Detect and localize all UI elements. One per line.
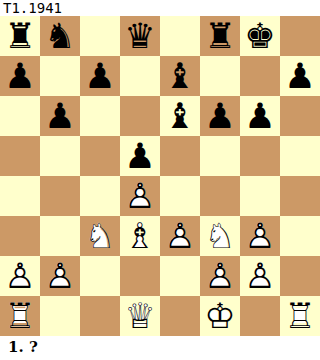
square-d8[interactable]: ♛ (120, 16, 160, 56)
square-f1[interactable]: ♚♔ (200, 296, 240, 336)
square-h5[interactable] (280, 136, 320, 176)
square-h3[interactable] (280, 216, 320, 256)
square-f2[interactable]: ♟♙ (200, 256, 240, 296)
square-c8[interactable] (80, 16, 120, 56)
square-b7[interactable] (40, 56, 80, 96)
square-h6[interactable] (280, 96, 320, 136)
square-d7[interactable] (120, 56, 160, 96)
square-g2[interactable]: ♟♙ (240, 256, 280, 296)
black-pawn: ♟ (40, 96, 80, 136)
white-pawn: ♟♙ (200, 256, 240, 296)
square-a1[interactable]: ♜♖ (0, 296, 40, 336)
square-g6[interactable]: ♟ (240, 96, 280, 136)
square-a8[interactable]: ♜ (0, 16, 40, 56)
black-pawn: ♟ (240, 96, 280, 136)
square-c2[interactable] (80, 256, 120, 296)
square-d6[interactable] (120, 96, 160, 136)
square-f8[interactable]: ♜ (200, 16, 240, 56)
square-a4[interactable] (0, 176, 40, 216)
square-a6[interactable] (0, 96, 40, 136)
square-b8[interactable]: ♞ (40, 16, 80, 56)
black-knight: ♞ (40, 16, 80, 56)
square-g4[interactable] (240, 176, 280, 216)
square-e1[interactable] (160, 296, 200, 336)
square-f7[interactable] (200, 56, 240, 96)
square-c7[interactable]: ♟ (80, 56, 120, 96)
square-e8[interactable] (160, 16, 200, 56)
square-b2[interactable]: ♟♙ (40, 256, 80, 296)
white-pawn: ♟♙ (160, 216, 200, 256)
square-c4[interactable] (80, 176, 120, 216)
square-e7[interactable]: ♝ (160, 56, 200, 96)
square-h4[interactable] (280, 176, 320, 216)
square-h2[interactable] (280, 256, 320, 296)
square-f6[interactable]: ♟ (200, 96, 240, 136)
square-c1[interactable] (80, 296, 120, 336)
square-f4[interactable] (200, 176, 240, 216)
square-a7[interactable]: ♟ (0, 56, 40, 96)
black-rook: ♜ (0, 16, 40, 56)
square-a5[interactable] (0, 136, 40, 176)
square-e2[interactable] (160, 256, 200, 296)
white-rook: ♜♖ (280, 296, 320, 336)
black-pawn: ♟ (80, 56, 120, 96)
black-king: ♚ (240, 16, 280, 56)
square-a2[interactable]: ♟♙ (0, 256, 40, 296)
square-g8[interactable]: ♚ (240, 16, 280, 56)
black-bishop: ♝ (160, 96, 200, 136)
white-pawn: ♟♙ (0, 256, 40, 296)
square-b3[interactable] (40, 216, 80, 256)
black-bishop: ♝ (160, 56, 200, 96)
black-pawn: ♟ (120, 136, 160, 176)
square-d1[interactable]: ♛♕ (120, 296, 160, 336)
square-h7[interactable]: ♟ (280, 56, 320, 96)
white-pawn: ♟♙ (40, 256, 80, 296)
square-g3[interactable]: ♟♙ (240, 216, 280, 256)
square-b6[interactable]: ♟ (40, 96, 80, 136)
square-g5[interactable] (240, 136, 280, 176)
white-pawn: ♟♙ (240, 256, 280, 296)
square-g7[interactable] (240, 56, 280, 96)
move-prompt: 1. ? (0, 336, 320, 360)
chess-board: ♜♞♛♜♚♟♟♝♟♟♝♟♟♟♟♙♞♘♝♗♟♙♞♘♟♙♟♙♟♙♟♙♟♙♜♖♛♕♚♔… (0, 16, 320, 336)
square-f5[interactable] (200, 136, 240, 176)
square-e4[interactable] (160, 176, 200, 216)
black-rook: ♜ (200, 16, 240, 56)
square-d3[interactable]: ♝♗ (120, 216, 160, 256)
white-pawn: ♟♙ (240, 216, 280, 256)
square-b4[interactable] (40, 176, 80, 216)
square-a3[interactable] (0, 216, 40, 256)
square-c3[interactable]: ♞♘ (80, 216, 120, 256)
black-pawn: ♟ (0, 56, 40, 96)
square-c5[interactable] (80, 136, 120, 176)
white-king: ♚♔ (200, 296, 240, 336)
square-d2[interactable] (120, 256, 160, 296)
white-knight: ♞♘ (200, 216, 240, 256)
square-b5[interactable] (40, 136, 80, 176)
white-knight: ♞♘ (80, 216, 120, 256)
square-h1[interactable]: ♜♖ (280, 296, 320, 336)
white-bishop: ♝♗ (120, 216, 160, 256)
square-e3[interactable]: ♟♙ (160, 216, 200, 256)
black-pawn: ♟ (280, 56, 320, 96)
square-d5[interactable]: ♟ (120, 136, 160, 176)
square-f3[interactable]: ♞♘ (200, 216, 240, 256)
white-queen: ♛♕ (120, 296, 160, 336)
square-e6[interactable]: ♝ (160, 96, 200, 136)
square-b1[interactable] (40, 296, 80, 336)
square-e5[interactable] (160, 136, 200, 176)
square-h8[interactable] (280, 16, 320, 56)
square-d4[interactable]: ♟♙ (120, 176, 160, 216)
black-pawn: ♟ (200, 96, 240, 136)
square-g1[interactable] (240, 296, 280, 336)
white-rook: ♜♖ (0, 296, 40, 336)
white-pawn: ♟♙ (120, 176, 160, 216)
square-c6[interactable] (80, 96, 120, 136)
black-queen: ♛ (120, 16, 160, 56)
diagram-title: T1.1941 (0, 0, 320, 16)
